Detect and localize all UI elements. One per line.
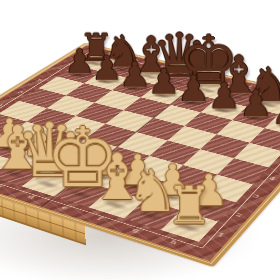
product-photo-stage: aabbccddeeffgghh8877665544332211 ♜♞♝♛♚♝♞… bbox=[0, 0, 280, 280]
black-pawn-glyph: ♟ bbox=[244, 93, 280, 131]
pieces-layer: ♜♞♝♛♚♝♞♜♟♟♟♟♟♟♟♟♟♟♟♟♟♟♟♟♜♞♝♛♚♝♞♜ bbox=[0, 43, 280, 267]
chess-board: aabbccddeeffgghh8877665544332211 ♜♞♝♛♚♝♞… bbox=[0, 43, 280, 267]
photo-scene: aabbccddeeffgghh8877665544332211 ♜♞♝♛♚♝♞… bbox=[0, 0, 280, 280]
white-rook-glyph: ♜ bbox=[137, 180, 243, 232]
